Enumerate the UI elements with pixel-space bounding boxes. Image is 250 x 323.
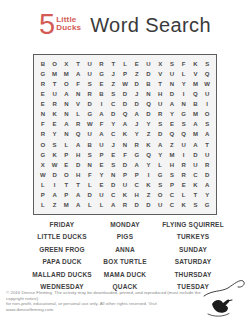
grid-cell[interactable]: I <box>178 89 190 99</box>
grid-cell[interactable]: L <box>84 200 96 210</box>
grid-cell[interactable]: M <box>166 150 178 160</box>
grid-cell[interactable]: L <box>37 180 49 190</box>
grid-cell[interactable]: T <box>72 59 84 69</box>
grid-cell[interactable]: J <box>107 140 119 150</box>
grid-cell[interactable]: E <box>60 160 72 170</box>
grid-cell[interactable]: R <box>72 119 84 129</box>
word-item: MONDAY <box>95 219 155 231</box>
grid-cell[interactable]: S <box>166 170 178 180</box>
grid-cell[interactable]: P <box>119 69 131 79</box>
brand-word-ducks: Ducks <box>56 24 81 32</box>
word-list-column-2: MONDAYPIGSANNABOX TURTLEMAMA DUCKQUACK <box>95 219 155 293</box>
grid-cell[interactable]: D <box>143 200 155 210</box>
grid-cell[interactable]: M <box>49 69 61 79</box>
grid-cell[interactable]: Q <box>166 129 178 139</box>
grid-cell[interactable]: H <box>154 89 166 99</box>
grid-cell[interactable]: A <box>131 109 143 119</box>
grid-cell[interactable]: W <box>84 119 96 129</box>
grid-cell[interactable]: Q <box>143 99 155 109</box>
copyright-notice: © 2016 Denise Fleming. The activity may … <box>6 290 204 312</box>
grid-cell[interactable]: E <box>49 119 61 129</box>
grid-cell[interactable]: C <box>190 170 202 180</box>
grid-cell[interactable]: P <box>60 190 72 200</box>
grid-cell[interactable]: B <box>143 79 155 89</box>
grid-cell[interactable]: A <box>96 109 108 119</box>
grid-cell[interactable]: L <box>72 109 84 119</box>
grid-cell[interactable]: O <box>60 170 72 180</box>
grid-cell[interactable]: P <box>60 150 72 160</box>
grid-cell[interactable]: P <box>96 150 108 160</box>
grid-cell[interactable]: D <box>72 160 84 170</box>
grid-cell[interactable]: C <box>166 190 178 200</box>
grid-cell[interactable]: K <box>178 200 190 210</box>
grid-cell[interactable]: D <box>201 170 213 180</box>
grid-cell[interactable]: U <box>84 59 96 69</box>
grid-cell[interactable]: A <box>96 129 108 139</box>
grid-cell[interactable]: P <box>37 190 49 200</box>
grid-cell[interactable]: D <box>119 89 131 99</box>
grid-cell[interactable]: W <box>119 79 131 89</box>
grid-cell[interactable]: Z <box>49 200 61 210</box>
grid-cell[interactable]: O <box>201 109 213 119</box>
grid-cell[interactable]: A <box>190 140 202 150</box>
grid-cell[interactable]: S <box>154 180 166 190</box>
worksheet-page: 5 Little Ducks Word Search BOXTURTLEUXSF… <box>0 0 250 323</box>
grid-cell[interactable]: D <box>131 79 143 89</box>
grid-cell[interactable]: Y <box>201 190 213 200</box>
grid-cell[interactable]: C <box>107 190 119 200</box>
grid-cell[interactable]: N <box>107 170 119 180</box>
grid-cell[interactable]: D <box>143 69 155 79</box>
grid-cell[interactable]: W <box>201 79 213 89</box>
grid-cell[interactable]: K <box>190 59 202 69</box>
word-item: MAMA DUCK <box>95 269 155 281</box>
grid-cell[interactable]: F <box>72 79 84 89</box>
page-title: Word Search <box>90 13 211 37</box>
grid-cell[interactable]: G <box>178 109 190 119</box>
grid-cell[interactable]: A <box>119 119 131 129</box>
duck-doodle-icon <box>202 277 246 319</box>
grid-cell[interactable]: Z <box>107 79 119 89</box>
grid-cell[interactable]: M <box>190 129 202 139</box>
grid-cell[interactable]: L <box>178 190 190 200</box>
grid-cell[interactable]: P <box>119 170 131 180</box>
grid-cell[interactable]: E <box>96 160 108 170</box>
grid-cell[interactable]: H <box>72 170 84 180</box>
grid-cell[interactable]: Z <box>143 190 155 200</box>
grid-cell[interactable]: G <box>154 170 166 180</box>
grid-cell[interactable]: W <box>37 170 49 180</box>
grid-cell[interactable]: Y <box>166 109 178 119</box>
grid-cell[interactable]: Q <box>190 89 202 99</box>
grid-cell[interactable]: N <box>178 99 190 109</box>
word-item: BOX TURTLE <box>95 256 155 268</box>
letter-grid: BOXTURTLEUXSFKSGMMAUGJPZDVULVQRTOFSEZWDB… <box>37 59 213 210</box>
grid-cell[interactable]: N <box>37 109 49 119</box>
word-item: SUNDAY <box>158 244 228 256</box>
grid-cell[interactable]: M <box>60 200 72 210</box>
grid-cell[interactable]: S <box>107 89 119 99</box>
grid-cell[interactable]: S <box>201 119 213 129</box>
grid-cell[interactable]: D <box>143 109 155 119</box>
grid-cell[interactable]: J <box>131 119 143 129</box>
grid-cell[interactable]: F <box>178 59 190 69</box>
grid-cell[interactable]: N <box>119 140 131 150</box>
grid-cell[interactable]: M <box>190 109 202 119</box>
grid-cell[interactable]: A <box>154 140 166 150</box>
grid-cell[interactable]: O <box>49 59 61 69</box>
grid-cell[interactable]: S <box>201 59 213 69</box>
grid-cell[interactable]: O <box>60 79 72 89</box>
grid-cell[interactable]: A <box>49 190 61 200</box>
grid-cell[interactable]: Q <box>72 129 84 139</box>
grid-cell[interactable]: L <box>84 180 96 190</box>
grid-cell[interactable]: M <box>60 69 72 79</box>
grid-cell[interactable]: E <box>178 180 190 190</box>
grid-cell[interactable]: Y <box>96 170 108 180</box>
grid-cell[interactable]: N <box>60 129 72 139</box>
grid-cell[interactable]: E <box>96 180 108 190</box>
grid-cell[interactable]: U <box>201 89 213 99</box>
grid-cell[interactable]: T <box>49 79 61 89</box>
grid-cell[interactable]: U <box>96 190 108 200</box>
grid-cell[interactable]: T <box>60 180 72 190</box>
grid-cell[interactable]: O <box>154 190 166 200</box>
grid-cell[interactable]: K <box>143 140 155 150</box>
grid-cell[interactable]: U <box>190 160 202 170</box>
grid-cell[interactable]: D <box>131 200 143 210</box>
grid-cell[interactable]: L <box>60 140 72 150</box>
grid-cell[interactable]: D <box>154 129 166 139</box>
brand-stack: Little Ducks <box>56 16 81 31</box>
grid-cell[interactable]: B <box>84 140 96 150</box>
grid-cell[interactable]: D <box>84 190 96 200</box>
grid-cell[interactable]: E <box>107 150 119 160</box>
grid-cell[interactable]: C <box>107 129 119 139</box>
grid-cell[interactable]: N <box>60 109 72 119</box>
grid-cell[interactable]: K <box>119 190 131 200</box>
grid-cell[interactable]: A <box>72 140 84 150</box>
grid-cell[interactable]: R <box>37 129 49 139</box>
grid-cell[interactable]: O <box>37 140 49 150</box>
grid-cell[interactable]: N <box>166 79 178 89</box>
grid-cell[interactable]: Z <box>143 129 155 139</box>
grid-cell[interactable]: F <box>37 119 49 129</box>
grid-cell[interactable]: U <box>154 200 166 210</box>
header: 5 Little Ducks Word Search <box>0 8 250 39</box>
grid-cell[interactable]: Q <box>143 150 155 160</box>
grid-cell[interactable]: Y <box>107 119 119 129</box>
word-search-grid: BOXTURTLEUXSFKSGMMAUGJPZDVULVQRTOFSEZWDB… <box>33 54 217 215</box>
grid-cell[interactable]: S <box>178 119 190 129</box>
grid-cell[interactable]: Y <box>143 119 155 129</box>
grid-cell[interactable]: N <box>60 99 72 109</box>
grid-cell[interactable]: F <box>96 119 108 129</box>
grid-cell[interactable]: D <box>119 160 131 170</box>
grid-cell[interactable]: K <box>190 180 202 190</box>
grid-cell[interactable]: Y <box>131 129 143 139</box>
grid-cell[interactable]: I <box>96 99 108 109</box>
grid-cell[interactable]: I <box>143 170 155 180</box>
grid-cell[interactable]: E <box>37 99 49 109</box>
grid-cell[interactable]: G <box>96 69 108 79</box>
grid-cell[interactable]: X <box>154 59 166 69</box>
grid-cell[interactable]: L <box>96 200 108 210</box>
grid-cell[interactable]: S <box>84 79 96 89</box>
grid-cell[interactable]: Q <box>119 109 131 119</box>
grid-cell[interactable]: J <box>131 89 143 99</box>
grid-cell[interactable]: R <box>96 59 108 69</box>
grid-cell[interactable]: R <box>178 160 190 170</box>
word-item: TURKEYS <box>158 231 228 243</box>
grid-cell[interactable]: R <box>119 200 131 210</box>
grid-cell[interactable]: E <box>166 119 178 129</box>
grid-cell[interactable]: T <box>107 59 119 69</box>
grid-cell[interactable]: L <box>154 160 166 170</box>
grid-cell[interactable]: U <box>154 99 166 109</box>
grid-cell[interactable]: C <box>107 99 119 109</box>
grid-cell[interactable]: K <box>49 109 61 119</box>
grid-cell[interactable]: U <box>49 89 61 99</box>
grid-cell[interactable]: E <box>131 59 143 69</box>
grid-cell[interactable]: V <box>72 99 84 109</box>
grid-cell[interactable]: H <box>72 150 84 160</box>
grid-cell[interactable]: L <box>178 69 190 79</box>
grid-cell[interactable]: C <box>131 180 143 190</box>
grid-cell[interactable]: R <box>84 89 96 99</box>
grid-cell[interactable]: X <box>60 59 72 69</box>
grid-cell[interactable]: D <box>84 99 96 109</box>
grid-cell[interactable]: A <box>201 129 213 139</box>
grid-cell[interactable]: R <box>201 160 213 170</box>
grid-cell[interactable]: A <box>201 180 213 190</box>
grid-cell[interactable]: G <box>201 200 213 210</box>
grid-cell[interactable]: B <box>37 59 49 69</box>
grid-cell[interactable]: T <box>154 79 166 89</box>
grid-cell[interactable]: S <box>49 140 61 150</box>
word-item: PIGS <box>95 231 155 243</box>
grid-cell[interactable]: I <box>49 180 61 190</box>
grid-cell[interactable]: V <box>154 69 166 79</box>
grid-cell[interactable]: R <box>131 140 143 150</box>
grid-cell[interactable]: W <box>49 160 61 170</box>
grid-cell[interactable]: G <box>37 150 49 160</box>
grid-cell[interactable]: S <box>190 200 202 210</box>
grid-cell[interactable]: T <box>72 180 84 190</box>
grid-cell[interactable]: D <box>190 150 202 160</box>
grid-cell[interactable]: D <box>107 109 119 119</box>
grid-cell[interactable]: N <box>143 89 155 99</box>
grid-cell[interactable]: G <box>131 150 143 160</box>
grid-cell[interactable]: A <box>60 119 72 129</box>
grid-cell[interactable]: F <box>84 170 96 180</box>
grid-cell[interactable]: S <box>107 160 119 170</box>
copyright-line-1: © 2016 Denise Fleming. The activity may … <box>6 290 204 301</box>
grid-cell[interactable]: A <box>72 200 84 210</box>
grid-cell[interactable]: U <box>96 140 108 150</box>
grid-cell[interactable]: R <box>178 170 190 180</box>
grid-cell[interactable]: D <box>119 99 131 109</box>
grid-cell[interactable]: U <box>84 69 96 79</box>
grid-cell[interactable]: U <box>201 150 213 160</box>
grid-cell[interactable]: U <box>166 69 178 79</box>
grid-cell[interactable]: V <box>190 69 202 79</box>
grid-cell[interactable]: D <box>49 170 61 180</box>
grid-cell[interactable]: Q <box>178 129 190 139</box>
grid-cell[interactable]: G <box>37 69 49 79</box>
grid-cell[interactable]: Y <box>49 129 61 139</box>
grid-cell[interactable]: P <box>131 170 143 180</box>
grid-cell[interactable]: P <box>166 180 178 190</box>
grid-cell[interactable]: A <box>166 99 178 109</box>
grid-cell[interactable]: R <box>49 99 61 109</box>
grid-cell[interactable]: C <box>166 200 178 210</box>
grid-cell[interactable]: R <box>37 79 49 89</box>
copyright-line-2: for non-profit, educational, or personal… <box>6 301 204 312</box>
grid-cell[interactable]: K <box>143 180 155 190</box>
grid-cell[interactable]: H <box>131 190 143 200</box>
brand-number: 5 <box>39 10 55 39</box>
grid-cell[interactable]: A <box>60 89 72 99</box>
grid-cell[interactable]: K <box>119 129 131 139</box>
grid-cell[interactable]: E <box>37 89 49 99</box>
grid-cell[interactable]: B <box>96 89 108 99</box>
grid-cell[interactable]: S <box>154 119 166 129</box>
grid-cell[interactable]: Y <box>178 79 190 89</box>
grid-cell[interactable]: Z <box>131 69 143 79</box>
grid-cell[interactable]: U <box>119 180 131 190</box>
grid-cell[interactable]: Y <box>154 150 166 160</box>
grid-cell[interactable]: M <box>190 79 202 89</box>
word-item: ANNA <box>95 244 155 256</box>
grid-cell[interactable]: L <box>37 200 49 210</box>
grid-cell[interactable]: U <box>84 129 96 139</box>
word-item: FLYING SQUIRREL <box>158 219 228 231</box>
grid-cell[interactable]: J <box>107 69 119 79</box>
grid-cell[interactable]: Q <box>201 69 213 79</box>
grid-cell[interactable]: H <box>166 160 178 170</box>
grid-cell[interactable]: D <box>166 89 178 99</box>
grid-cell[interactable]: A <box>190 119 202 129</box>
grid-cell[interactable]: F <box>119 150 131 160</box>
grid-cell[interactable]: A <box>72 190 84 200</box>
grid-cell[interactable]: R <box>154 109 166 119</box>
grid-cell[interactable]: A <box>107 200 119 210</box>
grid-cell[interactable]: E <box>96 79 108 89</box>
grid-cell[interactable]: S <box>166 59 178 69</box>
grid-cell[interactable]: L <box>119 59 131 69</box>
grid-cell[interactable]: U <box>178 140 190 150</box>
grid-cell[interactable]: A <box>72 69 84 79</box>
grid-cell[interactable]: G <box>84 109 96 119</box>
word-item: SATURDAY <box>158 256 228 268</box>
grid-cell[interactable]: T <box>201 140 213 150</box>
grid-cell[interactable]: X <box>37 160 49 170</box>
grid-cell[interactable]: N <box>72 89 84 99</box>
grid-cell[interactable]: D <box>131 99 143 109</box>
brand-logo: 5 Little Ducks <box>39 10 81 39</box>
grid-cell[interactable]: A <box>131 160 143 170</box>
grid-cell[interactable]: U <box>143 59 155 69</box>
grid-cell[interactable]: S <box>84 150 96 160</box>
grid-cell[interactable]: Z <box>166 140 178 150</box>
grid-cell[interactable]: I <box>201 99 213 109</box>
grid-cell[interactable]: N <box>84 160 96 170</box>
grid-cell[interactable]: B <box>190 99 202 109</box>
grid-cell[interactable]: T <box>190 190 202 200</box>
grid-cell[interactable]: K <box>49 150 61 160</box>
grid-cell[interactable]: I <box>178 150 190 160</box>
grid-cell[interactable]: Y <box>143 160 155 170</box>
grid-cell[interactable]: D <box>107 180 119 190</box>
